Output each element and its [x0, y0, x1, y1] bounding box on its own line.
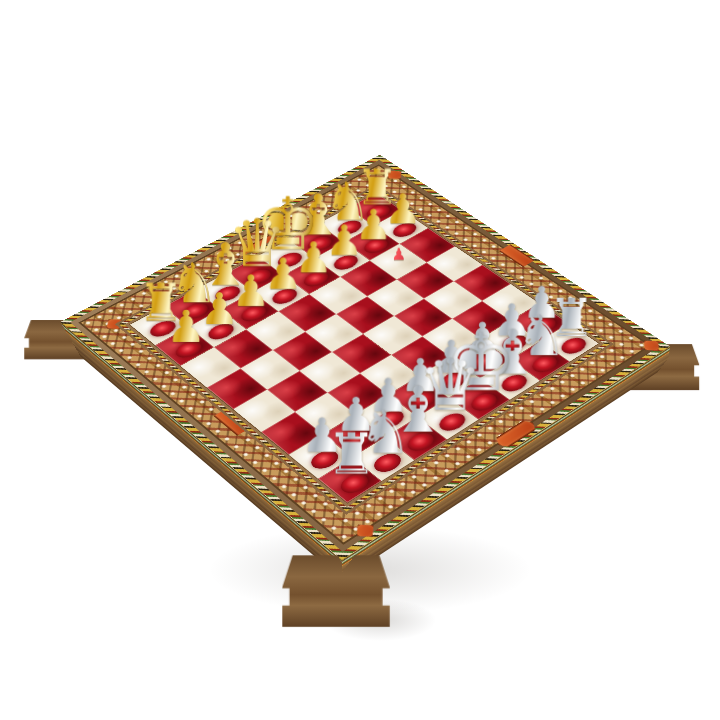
- board-foot-front: [282, 555, 390, 627]
- tiny-red-glass-pawn-glyph: ♟: [355, 247, 443, 262]
- piece-glyph-rook: ♜: [302, 428, 401, 482]
- product-photo-stage: ♜♞♝♛♚♝♞♜♟♟♟♟♟♟♟♟♟♟♟♟♟♟♟♟♟♜♞♝♛♚♝♞♜: [0, 0, 720, 720]
- piece-glyph-pawn: ♟: [140, 306, 232, 348]
